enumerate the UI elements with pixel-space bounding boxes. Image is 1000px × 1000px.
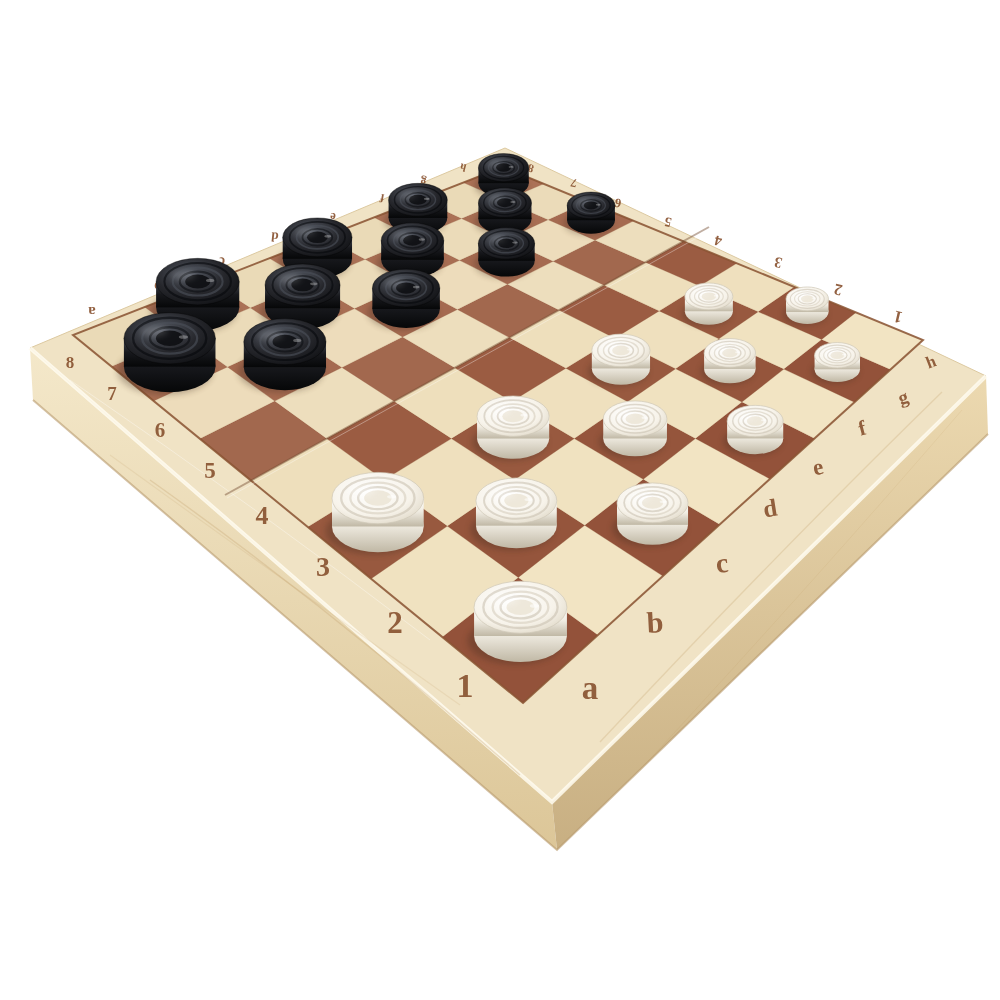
rank-label-1: 1 — [457, 667, 474, 704]
piece-white-e1[interactable] — [723, 405, 783, 455]
far-rank-label-3: 3 — [772, 254, 784, 272]
rank-label-7: 7 — [107, 383, 117, 404]
piece-white-g3[interactable] — [682, 283, 733, 326]
piece-black-f6[interactable] — [474, 228, 534, 279]
far-rank-label-4: 4 — [713, 232, 724, 249]
piece-white-h2[interactable] — [783, 287, 828, 325]
piece-white-d2[interactable] — [599, 401, 667, 458]
piece-white-a3[interactable] — [326, 472, 424, 554]
piece-white-f2[interactable] — [701, 339, 756, 385]
piece-white-e3[interactable] — [588, 334, 650, 386]
rank-label-6: 6 — [155, 418, 166, 442]
far-file-label-d: d — [270, 229, 280, 245]
far-file-label-a: a — [88, 304, 96, 320]
rank-label-2: 2 — [387, 605, 403, 640]
piece-white-b2[interactable] — [470, 478, 556, 551]
rank-label-3: 3 — [316, 551, 330, 582]
checkers-board: 12345678abcdefghabcdefgh12345678 — [0, 0, 1000, 1000]
file-label-a: a — [582, 670, 599, 706]
piece-white-g1[interactable] — [811, 343, 860, 384]
file-label-b: b — [646, 605, 664, 639]
piece-black-d6[interactable] — [368, 269, 440, 330]
rank-label-4: 4 — [256, 501, 269, 530]
piece-white-c3[interactable] — [472, 396, 549, 461]
rank-label-8: 8 — [66, 353, 75, 372]
rank-label-5: 5 — [204, 458, 216, 483]
product-photo: Checkers (Russian draughts / shashki) on… — [0, 0, 1000, 1000]
piece-white-c1[interactable] — [612, 483, 688, 547]
piece-black-b6[interactable] — [238, 319, 326, 393]
far-rank-label-2: 2 — [832, 281, 844, 299]
piece-black-h6[interactable] — [564, 192, 615, 235]
far-rank-label-1: 1 — [892, 307, 905, 327]
piece-black-a7[interactable] — [117, 313, 215, 395]
piece-white-a1[interactable] — [468, 581, 567, 664]
